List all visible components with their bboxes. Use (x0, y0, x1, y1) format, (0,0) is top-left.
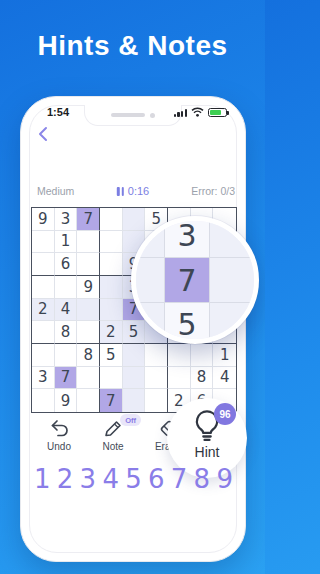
cell-r1c1[interactable]: 9 (32, 208, 55, 231)
numpad-9[interactable]: 9 (216, 466, 233, 492)
cell-r2c2[interactable]: 1 (55, 231, 78, 254)
cell-r8c5[interactable] (123, 367, 146, 390)
cell-r7c3[interactable]: 8 (77, 344, 100, 367)
cell-r4c2[interactable] (55, 276, 78, 299)
undo-label: Undo (47, 441, 71, 452)
cell-r2c3[interactable] (77, 231, 100, 254)
undo-icon (49, 419, 70, 438)
cell-r8c2[interactable]: 7 (55, 367, 78, 390)
page-title: Hints & Notes (0, 30, 265, 62)
back-button[interactable] (36, 125, 52, 143)
cell-r3c2[interactable]: 6 (55, 253, 78, 276)
cell-r8c3[interactable] (77, 367, 100, 390)
numpad-5[interactable]: 5 (125, 466, 142, 492)
game-header: Medium 0:16 Error: 0/3 (21, 185, 245, 199)
magnified-cell-1-0 (131, 258, 165, 303)
numpad-2[interactable]: 2 (57, 466, 74, 492)
difficulty-label: Medium (37, 185, 74, 197)
magnified-cells: 3725 (131, 216, 255, 344)
cell-r9c4[interactable]: 7 (100, 389, 123, 412)
note-off-badge: Off (120, 414, 141, 426)
cell-r3c1[interactable] (32, 253, 55, 276)
numpad-7[interactable]: 7 (171, 466, 188, 492)
cell-r1c4[interactable] (100, 208, 123, 231)
number-pad: 123456789 (34, 463, 233, 495)
magnified-cell-2-1: 5 (165, 303, 210, 344)
cell-r5c4[interactable] (100, 299, 123, 322)
magnified-cell-0-1: 3 (165, 216, 210, 258)
speaker-slot (111, 113, 145, 117)
cell-r1c2[interactable]: 3 (55, 208, 78, 231)
numpad-8[interactable]: 8 (194, 466, 211, 492)
cell-r4c3[interactable]: 9 (77, 276, 100, 299)
cell-r6c4[interactable]: 2 (100, 321, 123, 344)
numpad-3[interactable]: 3 (80, 466, 97, 492)
cell-r1c5[interactable] (123, 208, 146, 231)
cell-r5c3[interactable] (77, 299, 100, 322)
error-counter: Error: 0/3 (191, 185, 235, 197)
cell-r9c6[interactable] (145, 389, 168, 412)
numpad-1[interactable]: 1 (34, 466, 51, 492)
cell-r8c1[interactable]: 3 (32, 367, 55, 390)
cell-r8c4[interactable] (100, 367, 123, 390)
cell-r6c5[interactable]: 5 (123, 321, 146, 344)
wifi-icon (191, 107, 204, 117)
cell-r1c3[interactable]: 7 (77, 208, 100, 231)
cell-r6c2[interactable]: 8 (55, 321, 78, 344)
cell-r9c1[interactable] (32, 389, 55, 412)
cell-r4c1[interactable] (32, 276, 55, 299)
cell-r7c7[interactable] (168, 344, 191, 367)
cell-r5c1[interactable]: 2 (32, 299, 55, 322)
phone-notch (84, 105, 182, 126)
timer-value: 0:16 (128, 185, 149, 197)
magnified-cell-1-1: 7 (165, 258, 210, 303)
status-icons (174, 107, 227, 117)
timer[interactable]: 0:16 (117, 185, 149, 197)
cell-r7c5[interactable] (123, 344, 146, 367)
cell-r7c9[interactable]: 1 (213, 344, 236, 367)
cell-r7c2[interactable] (55, 344, 78, 367)
cell-r5c2[interactable]: 4 (55, 299, 78, 322)
undo-button[interactable]: Undo (37, 419, 81, 452)
signal-icon (174, 109, 187, 117)
cell-r9c2[interactable]: 9 (55, 389, 78, 412)
cell-r2c4[interactable] (100, 231, 123, 254)
cell-r3c4[interactable] (100, 253, 123, 276)
cell-r6c3[interactable] (77, 321, 100, 344)
cell-r7c4[interactable]: 5 (100, 344, 123, 367)
pause-icon[interactable] (117, 187, 124, 196)
numpad-4[interactable]: 4 (102, 466, 119, 492)
cell-r8c6[interactable] (145, 367, 168, 390)
hint-label: Hint (195, 444, 220, 460)
cell-r8c7[interactable] (168, 367, 191, 390)
camera-dot (150, 113, 155, 118)
cell-r8c8[interactable]: 8 (191, 367, 214, 390)
cell-r7c1[interactable] (32, 344, 55, 367)
magnified-cell-1-2 (210, 258, 255, 303)
cell-r6c1[interactable] (32, 321, 55, 344)
zoom-magnifier-bubble: 3725 (131, 216, 259, 344)
battery-icon (208, 108, 227, 118)
cell-r2c1[interactable] (32, 231, 55, 254)
cell-r7c8[interactable] (191, 344, 214, 367)
cell-r9c5[interactable] (123, 389, 146, 412)
cell-r8c9[interactable]: 4 (213, 367, 236, 390)
note-button[interactable]: Off Note (91, 419, 135, 452)
cell-r3c3[interactable] (77, 253, 100, 276)
status-time: 1:54 (47, 106, 69, 118)
cell-r7c6[interactable] (145, 344, 168, 367)
numpad-6[interactable]: 6 (148, 466, 165, 492)
hint-count-badge: 96 (214, 403, 236, 425)
cell-r4c4[interactable] (100, 276, 123, 299)
note-label: Note (102, 441, 123, 452)
cell-r9c3[interactable] (77, 389, 100, 412)
